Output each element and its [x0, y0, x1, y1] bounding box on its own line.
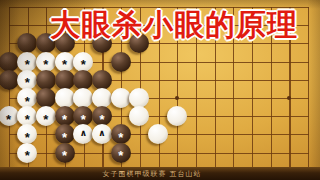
stone-white: [73, 88, 93, 108]
stone-black: *: [73, 106, 93, 126]
stone-white: [111, 88, 131, 108]
stone-black: [36, 70, 56, 90]
caption-bar: 女子围棋甲级联赛 五台山站: [0, 167, 320, 180]
asterisk-mark: *: [62, 149, 67, 162]
stone-black: *: [55, 124, 75, 144]
caret-mark: ∧: [80, 129, 87, 138]
star-point: [175, 96, 179, 100]
stone-black: *: [55, 106, 75, 126]
stone-white: [167, 106, 187, 126]
asterisk-mark: *: [6, 113, 11, 126]
stone-white: [129, 106, 149, 126]
title-banner: 大眼杀小眼的原理: [50, 5, 310, 46]
stone-black: [73, 70, 93, 90]
stone-white: *: [17, 52, 37, 72]
stone-black: [17, 33, 37, 53]
stone-white: *: [73, 52, 93, 72]
star-point: [287, 96, 291, 100]
stone-black: *: [111, 124, 131, 144]
video-frame: **************∧∧**** 女子围棋甲级联赛 五台山站 大眼杀小眼…: [0, 0, 320, 180]
stone-white: ∧: [73, 124, 93, 144]
asterisk-mark: *: [118, 149, 123, 162]
stone-black: [111, 52, 131, 72]
stone-white: *: [17, 124, 37, 144]
asterisk-mark: *: [25, 149, 30, 162]
stone-black: *: [55, 143, 75, 163]
stone-white: *: [55, 52, 75, 72]
stone-black: *: [92, 106, 112, 126]
stone-white: [92, 88, 112, 108]
stone-white: *: [36, 52, 56, 72]
caret-mark: ∧: [98, 129, 105, 138]
stone-black: [55, 70, 75, 90]
stone-white: [55, 88, 75, 108]
stone-white: *: [17, 143, 37, 163]
stone-white: [148, 124, 168, 144]
stone-white: [129, 88, 149, 108]
stone-white: *: [17, 88, 37, 108]
stone-white: *: [17, 70, 37, 90]
stone-black: *: [111, 143, 131, 163]
stone-white: *: [36, 106, 56, 126]
stone-black: [92, 70, 112, 90]
stone-white: *: [17, 106, 37, 126]
stone-white: ∧: [92, 124, 112, 144]
asterisk-mark: *: [43, 113, 48, 126]
caption-text: 女子围棋甲级联赛 五台山站: [103, 169, 202, 179]
stone-black: [36, 88, 56, 108]
